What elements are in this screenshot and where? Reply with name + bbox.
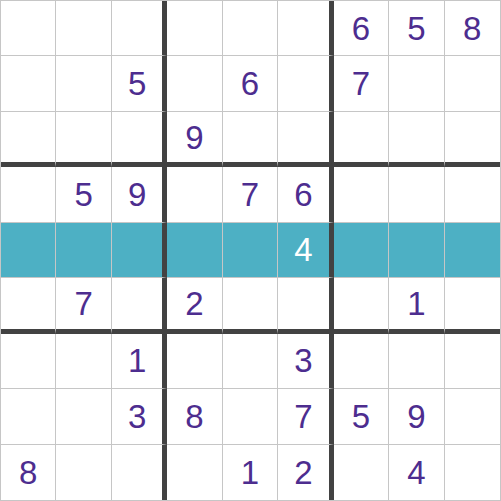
cell-r4c5[interactable]: 7 bbox=[223, 167, 278, 222]
cell-r8c4[interactable]: 8 bbox=[167, 389, 222, 444]
cell-r7c3[interactable]: 1 bbox=[112, 334, 167, 389]
cell-r3c3[interactable] bbox=[112, 112, 167, 167]
cell-r4c2[interactable]: 5 bbox=[56, 167, 111, 222]
cell-r9c9[interactable] bbox=[445, 445, 500, 500]
cell-r5c1[interactable] bbox=[1, 223, 56, 278]
cell-r1c8[interactable]: 5 bbox=[389, 1, 444, 56]
sudoku-board: 65856795976472113387598124 bbox=[0, 0, 501, 501]
cell-r1c6[interactable] bbox=[278, 1, 333, 56]
cell-r1c1[interactable] bbox=[1, 1, 56, 56]
cell-r2c5[interactable]: 6 bbox=[223, 56, 278, 111]
cell-r9c2[interactable] bbox=[56, 445, 111, 500]
cell-r8c8[interactable]: 9 bbox=[389, 389, 444, 444]
cell-r4c8[interactable] bbox=[389, 167, 444, 222]
cell-r7c5[interactable] bbox=[223, 334, 278, 389]
cell-r9c5[interactable]: 1 bbox=[223, 445, 278, 500]
cell-r8c7[interactable]: 5 bbox=[334, 389, 389, 444]
cell-r6c1[interactable] bbox=[1, 278, 56, 333]
cell-r6c9[interactable] bbox=[445, 278, 500, 333]
cell-r7c6[interactable]: 3 bbox=[278, 334, 333, 389]
cell-r7c8[interactable] bbox=[389, 334, 444, 389]
cell-r1c2[interactable] bbox=[56, 1, 111, 56]
cell-r3c5[interactable] bbox=[223, 112, 278, 167]
cell-r6c7[interactable] bbox=[334, 278, 389, 333]
cell-r5c7[interactable] bbox=[334, 223, 389, 278]
cell-r7c4[interactable] bbox=[167, 334, 222, 389]
cell-r8c1[interactable] bbox=[1, 389, 56, 444]
cell-r2c4[interactable] bbox=[167, 56, 222, 111]
cell-r9c8[interactable]: 4 bbox=[389, 445, 444, 500]
cell-r1c4[interactable] bbox=[167, 1, 222, 56]
cell-r1c3[interactable] bbox=[112, 1, 167, 56]
cell-r5c5[interactable] bbox=[223, 223, 278, 278]
cell-r6c2[interactable]: 7 bbox=[56, 278, 111, 333]
cell-r2c3[interactable]: 5 bbox=[112, 56, 167, 111]
cell-r8c9[interactable] bbox=[445, 389, 500, 444]
cell-r3c6[interactable] bbox=[278, 112, 333, 167]
cell-r4c6[interactable]: 6 bbox=[278, 167, 333, 222]
cell-r5c9[interactable] bbox=[445, 223, 500, 278]
cell-r2c7[interactable]: 7 bbox=[334, 56, 389, 111]
cell-r2c2[interactable] bbox=[56, 56, 111, 111]
cell-r9c1[interactable]: 8 bbox=[1, 445, 56, 500]
cell-r7c2[interactable] bbox=[56, 334, 111, 389]
cell-r6c6[interactable] bbox=[278, 278, 333, 333]
cell-r2c6[interactable] bbox=[278, 56, 333, 111]
cell-r3c7[interactable] bbox=[334, 112, 389, 167]
cell-r3c2[interactable] bbox=[56, 112, 111, 167]
cell-r6c3[interactable] bbox=[112, 278, 167, 333]
cell-r6c5[interactable] bbox=[223, 278, 278, 333]
cell-r4c3[interactable]: 9 bbox=[112, 167, 167, 222]
cell-r9c3[interactable] bbox=[112, 445, 167, 500]
cell-r7c1[interactable] bbox=[1, 334, 56, 389]
cell-r3c9[interactable] bbox=[445, 112, 500, 167]
cell-r4c4[interactable] bbox=[167, 167, 222, 222]
cell-r1c5[interactable] bbox=[223, 1, 278, 56]
cell-r9c7[interactable] bbox=[334, 445, 389, 500]
cell-r9c6[interactable]: 2 bbox=[278, 445, 333, 500]
cell-r1c7[interactable]: 6 bbox=[334, 1, 389, 56]
cell-r4c1[interactable] bbox=[1, 167, 56, 222]
cell-r7c7[interactable] bbox=[334, 334, 389, 389]
cell-r1c9[interactable]: 8 bbox=[445, 1, 500, 56]
cell-r6c8[interactable]: 1 bbox=[389, 278, 444, 333]
cell-r7c9[interactable] bbox=[445, 334, 500, 389]
cell-r2c1[interactable] bbox=[1, 56, 56, 111]
cell-r9c4[interactable] bbox=[167, 445, 222, 500]
cell-r3c1[interactable] bbox=[1, 112, 56, 167]
cell-r5c4[interactable] bbox=[167, 223, 222, 278]
cell-r5c3[interactable] bbox=[112, 223, 167, 278]
cell-r4c7[interactable] bbox=[334, 167, 389, 222]
cell-r8c5[interactable] bbox=[223, 389, 278, 444]
cell-r6c4[interactable]: 2 bbox=[167, 278, 222, 333]
cell-r5c8[interactable] bbox=[389, 223, 444, 278]
cell-r5c6[interactable]: 4 bbox=[278, 223, 333, 278]
cell-r8c3[interactable]: 3 bbox=[112, 389, 167, 444]
cell-r2c9[interactable] bbox=[445, 56, 500, 111]
cell-r3c4[interactable]: 9 bbox=[167, 112, 222, 167]
cell-r3c8[interactable] bbox=[389, 112, 444, 167]
cell-r8c2[interactable] bbox=[56, 389, 111, 444]
cell-r2c8[interactable] bbox=[389, 56, 444, 111]
cell-r4c9[interactable] bbox=[445, 167, 500, 222]
cell-r8c6[interactable]: 7 bbox=[278, 389, 333, 444]
cell-r5c2[interactable] bbox=[56, 223, 111, 278]
